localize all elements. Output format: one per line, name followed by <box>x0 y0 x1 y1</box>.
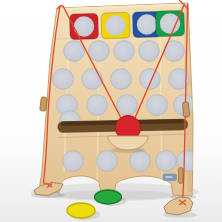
hole[interactable] <box>97 151 118 172</box>
latch-right-upper <box>182 102 189 117</box>
hole[interactable] <box>63 151 84 172</box>
scene <box>0 0 222 222</box>
brand-label <box>163 174 177 181</box>
hole[interactable] <box>140 69 161 90</box>
hole[interactable] <box>53 69 74 90</box>
hole[interactable] <box>139 41 160 62</box>
game-photo <box>0 0 222 222</box>
hole[interactable] <box>130 151 151 172</box>
hole[interactable] <box>114 41 135 62</box>
latch-right-lower <box>179 168 184 184</box>
green-disc[interactable] <box>95 190 122 204</box>
latch-left <box>40 97 48 112</box>
hole[interactable] <box>117 95 138 116</box>
hole[interactable] <box>64 41 85 62</box>
target-row <box>69 10 184 39</box>
hole[interactable] <box>111 69 132 90</box>
hole[interactable] <box>89 41 110 62</box>
paddle-right[interactable] <box>164 197 193 215</box>
hole[interactable] <box>82 69 103 90</box>
target-yellow[interactable] <box>101 12 130 38</box>
hole[interactable] <box>147 95 168 116</box>
yellow-disc[interactable] <box>67 203 95 218</box>
hole[interactable] <box>87 95 108 116</box>
hole[interactable] <box>156 151 177 172</box>
